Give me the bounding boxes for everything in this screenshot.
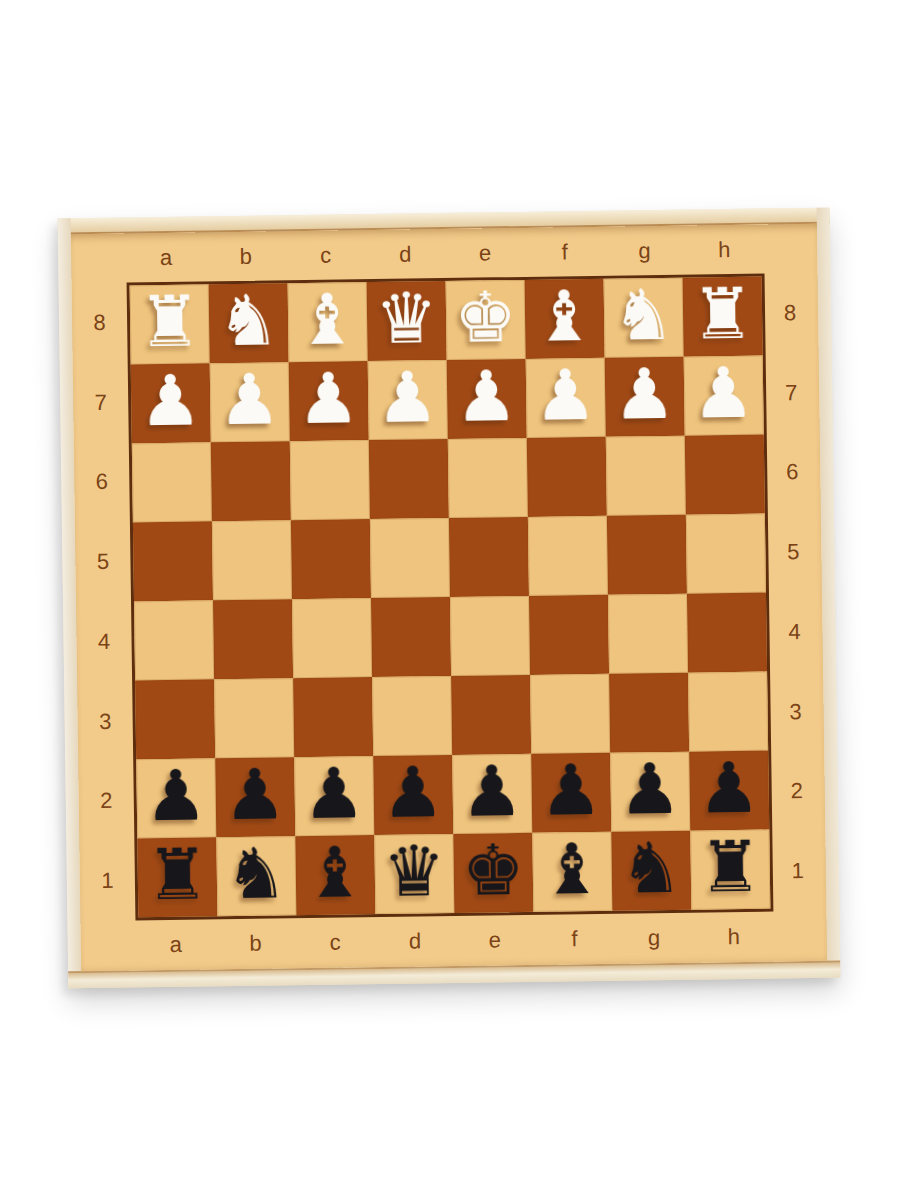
white-pawn-piece: ♟	[297, 359, 361, 439]
square-e6[interactable]	[448, 438, 528, 518]
square-a3[interactable]	[135, 679, 215, 759]
white-pawn-piece: ♟	[218, 360, 282, 440]
rank-label-left-8: 8	[72, 282, 128, 363]
black-king-piece: ♚	[461, 831, 525, 911]
square-e5[interactable]	[449, 517, 529, 597]
square-g3[interactable]	[609, 673, 689, 753]
file-label-bottom-f: f	[534, 926, 614, 953]
file-label-top-e: e	[445, 239, 525, 266]
rank-label-right-1: 1	[769, 831, 826, 912]
square-c7[interactable]: ♟	[289, 361, 369, 441]
black-pawn-piece: ♟	[223, 755, 287, 835]
file-label-bottom-d: d	[375, 928, 455, 955]
square-h4[interactable]	[687, 593, 767, 673]
square-e4[interactable]	[450, 596, 530, 676]
square-h1[interactable]: ♜	[690, 830, 770, 910]
white-knight-piece: ♞	[217, 281, 281, 361]
rank-label-right-5: 5	[765, 512, 822, 593]
square-c6[interactable]	[290, 440, 370, 520]
black-pawn-piece: ♟	[144, 756, 208, 836]
board-grid: ♜♞♝♛♚♝♞♜♟♟♟♟♟♟♟♟♟♟♟♟♟♟♟♟♜♞♝♛♚♝♞♜	[127, 274, 774, 921]
square-g7[interactable]: ♟	[605, 357, 685, 437]
square-a4[interactable]	[134, 600, 214, 680]
rank-label-right-8: 8	[762, 273, 819, 354]
white-pawn-piece: ♟	[534, 356, 598, 436]
square-e7[interactable]: ♟	[447, 359, 527, 439]
white-bishop-piece: ♝	[296, 280, 360, 360]
black-pawn-piece: ♟	[618, 750, 682, 830]
square-h5[interactable]	[686, 514, 766, 594]
rank-labels-left: 87654321	[72, 282, 136, 921]
square-g2[interactable]: ♟	[610, 752, 690, 832]
file-label-top-b: b	[206, 243, 286, 270]
square-a1[interactable]: ♜	[137, 837, 217, 917]
file-label-bottom-a: a	[136, 931, 216, 958]
square-f7[interactable]: ♟	[526, 358, 606, 438]
black-bishop-piece: ♝	[303, 833, 367, 913]
square-b8[interactable]: ♞	[209, 283, 289, 363]
square-f5[interactable]	[528, 516, 608, 596]
file-label-bottom-c: c	[295, 929, 375, 956]
square-d4[interactable]	[371, 597, 451, 677]
square-h8[interactable]: ♜	[683, 277, 763, 357]
black-queen-piece: ♛	[382, 832, 446, 912]
rank-label-left-1: 1	[79, 841, 135, 922]
rank-label-left-2: 2	[78, 761, 134, 842]
black-rook-piece: ♜	[145, 835, 209, 915]
square-d5[interactable]	[370, 518, 450, 598]
white-pawn-piece: ♟	[455, 357, 519, 437]
black-pawn-piece: ♟	[381, 753, 445, 833]
square-g8[interactable]: ♞	[604, 278, 684, 358]
square-h7[interactable]: ♟	[684, 356, 764, 436]
black-rook-piece: ♜	[698, 828, 762, 908]
square-a2[interactable]: ♟	[136, 758, 216, 838]
square-f2[interactable]: ♟	[531, 753, 611, 833]
square-b6[interactable]	[211, 441, 291, 521]
file-label-bottom-e: e	[455, 927, 535, 954]
rank-label-right-3: 3	[767, 672, 824, 753]
file-label-top-h: h	[684, 236, 764, 263]
black-knight-piece: ♞	[224, 834, 288, 914]
square-g6[interactable]	[606, 436, 686, 516]
white-knight-piece: ♞	[612, 276, 676, 356]
square-c1[interactable]: ♝	[295, 835, 375, 915]
black-knight-piece: ♞	[619, 829, 683, 909]
rank-label-right-6: 6	[764, 432, 821, 513]
rank-label-right-7: 7	[763, 353, 820, 434]
white-pawn-piece: ♟	[376, 358, 440, 438]
file-label-bottom-g: g	[614, 925, 694, 952]
square-c8[interactable]: ♝	[288, 282, 368, 362]
rank-label-left-3: 3	[77, 681, 133, 762]
file-label-top-a: a	[126, 244, 206, 271]
square-f3[interactable]	[530, 674, 610, 754]
white-pawn-piece: ♟	[692, 354, 756, 434]
square-b2[interactable]: ♟	[215, 757, 295, 837]
square-b7[interactable]: ♟	[210, 362, 290, 442]
square-b1[interactable]: ♞	[216, 836, 296, 916]
file-label-top-f: f	[525, 238, 605, 265]
square-h3[interactable]	[688, 672, 768, 752]
white-queen-piece: ♛	[375, 279, 439, 359]
black-pawn-piece: ♟	[302, 754, 366, 834]
black-bishop-piece: ♝	[540, 830, 604, 910]
square-e3[interactable]	[451, 675, 531, 755]
square-e2[interactable]: ♟	[452, 754, 532, 834]
square-d7[interactable]: ♟	[368, 360, 448, 440]
square-f1[interactable]: ♝	[532, 832, 612, 912]
square-d6[interactable]	[369, 439, 449, 519]
square-a8[interactable]: ♜	[130, 284, 210, 364]
file-label-bottom-h: h	[694, 923, 774, 950]
square-a7[interactable]: ♟	[131, 363, 211, 443]
file-label-top-d: d	[365, 241, 445, 268]
white-king-piece: ♚	[454, 278, 518, 358]
square-e8[interactable]: ♚	[446, 280, 526, 360]
square-g4[interactable]	[608, 594, 688, 674]
rank-label-left-6: 6	[74, 442, 130, 523]
square-f6[interactable]	[527, 437, 607, 517]
square-f4[interactable]	[529, 595, 609, 675]
file-label-top-g: g	[604, 237, 684, 264]
square-b3[interactable]	[214, 678, 294, 758]
square-c4[interactable]	[292, 598, 372, 678]
rank-label-left-4: 4	[76, 601, 132, 682]
white-bishop-piece: ♝	[533, 277, 597, 357]
board-surface: abcdefgh 87654321 ♜♞♝♛♚♝♞♜♟♟♟♟♟♟♟♟♟♟♟♟♟♟…	[71, 224, 827, 971]
rank-labels-right: 87654321	[762, 273, 827, 912]
black-pawn-piece: ♟	[539, 751, 603, 831]
square-c5[interactable]	[291, 519, 371, 599]
white-pawn-piece: ♟	[139, 361, 203, 441]
file-label-bottom-b: b	[215, 930, 295, 957]
square-c3[interactable]	[293, 677, 373, 757]
black-pawn-piece: ♟	[697, 749, 761, 829]
square-c2[interactable]: ♟	[294, 756, 374, 836]
rank-label-left-7: 7	[73, 362, 129, 443]
white-rook-piece: ♜	[691, 275, 755, 355]
square-a5[interactable]	[133, 521, 213, 601]
rank-label-right-4: 4	[766, 592, 823, 673]
square-h2[interactable]: ♟	[689, 751, 769, 831]
square-b5[interactable]	[212, 520, 292, 600]
square-d8[interactable]: ♛	[367, 281, 447, 361]
square-a6[interactable]	[132, 442, 212, 522]
white-rook-piece: ♜	[138, 282, 202, 362]
square-h6[interactable]	[685, 435, 765, 515]
white-pawn-piece: ♟	[613, 355, 677, 435]
square-b4[interactable]	[213, 599, 293, 679]
square-d1[interactable]: ♛	[374, 834, 454, 914]
demonstration-chessboard: abcdefgh 87654321 ♜♞♝♛♚♝♞♜♟♟♟♟♟♟♟♟♟♟♟♟♟♟…	[58, 208, 841, 989]
square-g5[interactable]	[607, 515, 687, 595]
square-d2[interactable]: ♟	[373, 755, 453, 835]
square-e1[interactable]: ♚	[453, 833, 533, 913]
square-g1[interactable]: ♞	[611, 831, 691, 911]
rank-label-left-5: 5	[75, 522, 131, 603]
square-f8[interactable]: ♝	[525, 279, 605, 359]
file-labels-bottom: abcdefgh	[135, 909, 774, 974]
file-label-top-c: c	[286, 242, 366, 269]
black-pawn-piece: ♟	[460, 752, 524, 832]
rank-label-right-2: 2	[768, 751, 825, 832]
square-d3[interactable]	[372, 676, 452, 756]
